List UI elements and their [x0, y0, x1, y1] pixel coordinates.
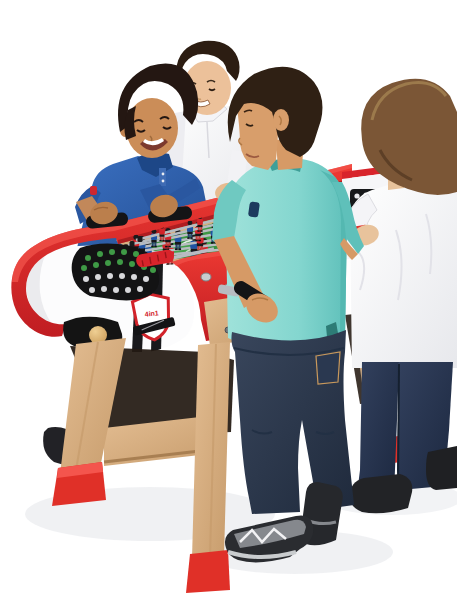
- chest-logo: [90, 186, 97, 195]
- button: [162, 180, 165, 183]
- rod-bushing: [201, 273, 211, 281]
- red-foot-cap: [186, 550, 230, 593]
- badge-label: 4in1: [144, 309, 159, 317]
- product-photo-foosball: 4in1: [0, 0, 457, 609]
- girl-jeans-left: [357, 362, 399, 494]
- turquoise-tee: [226, 158, 347, 349]
- jeans-seam: [398, 364, 399, 488]
- button-placket: [159, 168, 166, 186]
- back-pocket: [316, 352, 340, 384]
- girl-shoe-heel-up: [426, 446, 457, 490]
- girl-shoe: [350, 474, 412, 513]
- tee-print: [248, 201, 260, 217]
- button: [162, 173, 165, 176]
